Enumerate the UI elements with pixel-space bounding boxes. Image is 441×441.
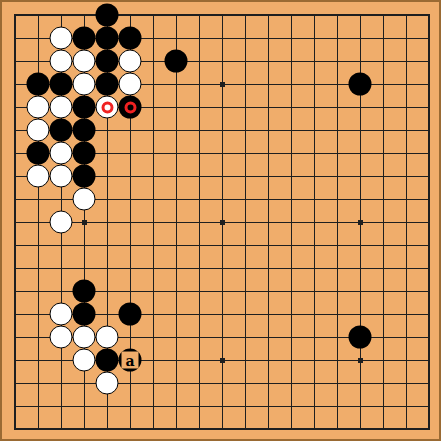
black-stone[interactable]: [96, 73, 119, 96]
circle-marker: [101, 101, 113, 113]
white-stone[interactable]: [73, 73, 96, 96]
white-stone[interactable]: [27, 119, 50, 142]
black-stone[interactable]: [349, 73, 372, 96]
black-stone[interactable]: [96, 4, 119, 27]
black-stone[interactable]: [73, 165, 96, 188]
grid-line-vertical: [383, 14, 384, 430]
black-stone[interactable]: [73, 119, 96, 142]
black-stone[interactable]: [96, 27, 119, 50]
white-stone[interactable]: [27, 96, 50, 119]
white-stone[interactable]: [96, 96, 119, 119]
white-stone[interactable]: [50, 27, 73, 50]
black-stone[interactable]: [96, 349, 119, 372]
grid-line-vertical: [291, 14, 292, 430]
grid-line-vertical: [406, 14, 407, 430]
white-stone[interactable]: [50, 326, 73, 349]
black-stone[interactable]: [96, 50, 119, 73]
black-stone[interactable]: [73, 142, 96, 165]
star-point: [220, 220, 225, 225]
grid-line-vertical: [268, 14, 269, 430]
black-stone[interactable]: [73, 303, 96, 326]
grid-line-vertical: [314, 14, 315, 430]
white-stone[interactable]: [50, 50, 73, 73]
black-stone[interactable]: [119, 96, 142, 119]
grid-line-vertical: [337, 14, 338, 430]
grid-line-vertical: [245, 14, 246, 430]
black-stone[interactable]: [73, 27, 96, 50]
black-stone[interactable]: [73, 280, 96, 303]
go-board[interactable]: a: [0, 0, 441, 441]
white-stone[interactable]: [96, 326, 119, 349]
black-stone[interactable]: [27, 142, 50, 165]
black-stone[interactable]: [50, 73, 73, 96]
black-stone[interactable]: [73, 96, 96, 119]
grid-line-horizontal: [14, 406, 430, 407]
white-stone[interactable]: [73, 349, 96, 372]
black-stone[interactable]: [119, 303, 142, 326]
grid-line-horizontal: [14, 383, 430, 384]
point-label: a: [122, 352, 139, 369]
white-stone[interactable]: [50, 303, 73, 326]
star-point: [358, 358, 363, 363]
grid-line-horizontal: [14, 245, 430, 246]
white-stone[interactable]: [73, 50, 96, 73]
white-stone[interactable]: [27, 165, 50, 188]
black-stone[interactable]: [50, 119, 73, 142]
white-stone[interactable]: [50, 96, 73, 119]
grid-line-horizontal: [14, 268, 430, 269]
grid-line-vertical: [428, 14, 430, 430]
white-stone[interactable]: [119, 73, 142, 96]
white-stone[interactable]: [73, 326, 96, 349]
star-point: [358, 220, 363, 225]
star-point: [220, 358, 225, 363]
white-stone[interactable]: [96, 372, 119, 395]
black-stone[interactable]: [27, 73, 50, 96]
black-stone[interactable]: [165, 50, 188, 73]
white-stone[interactable]: [50, 211, 73, 234]
white-stone[interactable]: [50, 142, 73, 165]
white-stone[interactable]: [73, 188, 96, 211]
grid-line-horizontal: [14, 428, 430, 430]
star-point: [220, 82, 225, 87]
black-stone[interactable]: [349, 326, 372, 349]
circle-marker: [124, 101, 136, 113]
white-stone[interactable]: [50, 165, 73, 188]
star-point: [82, 220, 87, 225]
black-stone[interactable]: [119, 27, 142, 50]
white-stone[interactable]: [119, 50, 142, 73]
